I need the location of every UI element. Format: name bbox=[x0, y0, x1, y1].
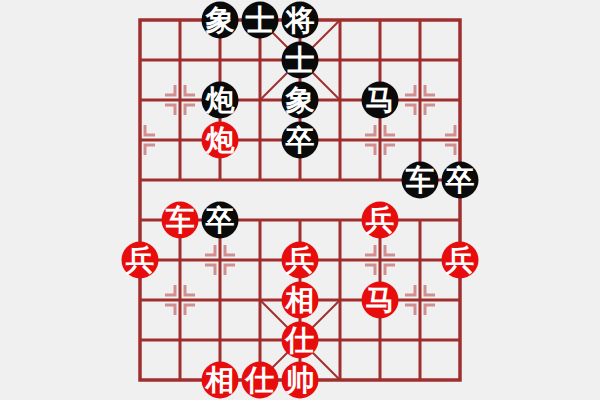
piece-red-advisor[interactable]: 仕 bbox=[282, 322, 319, 359]
piece-black-general[interactable]: 将 bbox=[282, 2, 319, 39]
piece-red-horse[interactable]: 马 bbox=[362, 282, 399, 319]
piece-black-advisor[interactable]: 士 bbox=[282, 42, 319, 79]
piece-black-soldier[interactable]: 卒 bbox=[442, 162, 479, 199]
piece-black-chariot[interactable]: 车 bbox=[402, 162, 439, 199]
piece-black-cannon[interactable]: 炮 bbox=[202, 82, 239, 119]
piece-red-cannon[interactable]: 炮 bbox=[202, 122, 239, 159]
piece-red-soldier[interactable]: 兵 bbox=[362, 202, 399, 239]
piece-red-soldier[interactable]: 兵 bbox=[122, 242, 159, 279]
piece-black-advisor[interactable]: 士 bbox=[242, 2, 279, 39]
piece-red-elephant[interactable]: 相 bbox=[282, 282, 319, 319]
xiangqi-board-screen: 象士将士炮象马炮卒车卒车卒兵兵兵兵相马仕相仕帅 bbox=[0, 0, 600, 400]
piece-red-elephant[interactable]: 相 bbox=[202, 362, 239, 399]
piece-black-elephant[interactable]: 象 bbox=[282, 82, 319, 119]
piece-red-soldier[interactable]: 兵 bbox=[282, 242, 319, 279]
piece-red-chariot[interactable]: 车 bbox=[162, 202, 199, 239]
piece-black-horse[interactable]: 马 bbox=[362, 82, 399, 119]
piece-red-general[interactable]: 帅 bbox=[282, 362, 319, 399]
piece-black-soldier[interactable]: 卒 bbox=[282, 122, 319, 159]
piece-red-soldier[interactable]: 兵 bbox=[442, 242, 479, 279]
piece-red-advisor[interactable]: 仕 bbox=[242, 362, 279, 399]
piece-black-soldier[interactable]: 卒 bbox=[202, 202, 239, 239]
piece-black-elephant[interactable]: 象 bbox=[202, 2, 239, 39]
